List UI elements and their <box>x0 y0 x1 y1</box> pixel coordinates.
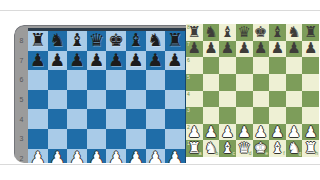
rank-coordinate: 1 <box>187 141 190 146</box>
black-bishop: ♝ <box>69 32 85 50</box>
square-c5 <box>67 90 87 110</box>
square-d7: ♟ <box>236 41 253 58</box>
black-queen: ♛ <box>89 32 105 50</box>
black-rook: ♜ <box>304 25 317 40</box>
white-pawn: ♟ <box>221 125 234 140</box>
rank-label: 2 <box>15 149 28 163</box>
square-g5 <box>286 74 303 91</box>
black-pawn: ♟ <box>167 52 183 70</box>
black-pawn: ♟ <box>221 41 234 56</box>
square-d3 <box>87 129 107 149</box>
rank-coordinate: 4 <box>187 92 190 97</box>
white-rook: ♜ <box>188 141 201 156</box>
black-knight: ♞ <box>204 25 217 40</box>
black-queen: ♛ <box>237 25 250 40</box>
square-a3 <box>28 129 48 149</box>
black-rook: ♜ <box>188 25 201 40</box>
black-pawn: ♟ <box>108 52 124 70</box>
square-c5 <box>219 74 236 91</box>
white-pawn: ♟ <box>204 125 217 140</box>
square-e6 <box>106 70 126 90</box>
square-f6 <box>269 57 286 74</box>
square-c4 <box>219 91 236 108</box>
square-e4 <box>106 109 126 129</box>
square-g8: ♞ <box>286 24 303 41</box>
square-f7: ♟ <box>269 41 286 58</box>
file-coordinate: f <box>283 151 284 156</box>
square-c4 <box>67 109 87 129</box>
square-a6: 6 <box>186 57 203 74</box>
square-c7: ♟ <box>219 41 236 58</box>
chessboard-blue-squares: ♜♞♝♛♚♝♞♜♟♟♟♟♟♟♟♟♟♟♟♟♟♟♟♟♜♞♝♛♚♝♞♜ <box>28 28 186 163</box>
square-e2: ♟ <box>106 149 126 163</box>
square-f5 <box>126 90 146 110</box>
file-coordinate: e <box>265 151 268 156</box>
chessboard-green[interactable]: ♜8♞♝♛♚♝♞♜♟7♟♟♟♟♟♟♟6543♟2♟♟♟♟♟♟♟♜1a♞b♝c♛d… <box>186 24 319 157</box>
square-e3 <box>106 129 126 149</box>
square-h5 <box>165 90 185 110</box>
square-h7: ♟ <box>165 51 185 71</box>
rank-label: 8 <box>15 31 28 51</box>
square-b2: ♟ <box>48 149 68 163</box>
square-h4 <box>165 109 185 129</box>
square-f4 <box>126 109 146 129</box>
white-knight: ♞ <box>287 141 300 156</box>
white-pawn: ♟ <box>30 150 46 163</box>
rank-coordinate: 3 <box>187 108 190 113</box>
square-b4 <box>203 91 220 108</box>
square-f2: ♟ <box>126 149 146 163</box>
square-e2: ♟ <box>253 124 270 141</box>
square-c1: ♝c <box>219 140 236 157</box>
black-pawn: ♟ <box>271 41 284 56</box>
square-g8: ♞ <box>146 31 166 51</box>
black-pawn: ♟ <box>287 41 300 56</box>
black-pawn: ♟ <box>89 52 105 70</box>
square-g2: ♟ <box>286 124 303 141</box>
white-pawn: ♟ <box>167 150 183 163</box>
square-f7: ♟ <box>126 51 146 71</box>
white-pawn: ♟ <box>271 125 284 140</box>
black-pawn: ♟ <box>188 41 201 56</box>
square-e6 <box>253 57 270 74</box>
square-a1: ♜1a <box>186 140 203 157</box>
square-c8: ♝ <box>67 31 87 51</box>
square-c7: ♟ <box>67 51 87 71</box>
square-g3 <box>146 129 166 149</box>
square-h2: ♟ <box>302 124 319 141</box>
square-a5: 5 <box>186 74 203 91</box>
black-bishop: ♝ <box>128 32 144 50</box>
square-f6 <box>126 70 146 90</box>
square-h5 <box>302 74 319 91</box>
square-b7: ♟ <box>203 41 220 58</box>
square-a8: ♜8 <box>186 24 203 41</box>
white-pawn: ♟ <box>254 125 267 140</box>
rank-coordinate: 7 <box>187 42 190 47</box>
white-king: ♚ <box>254 141 267 156</box>
square-e8: ♚ <box>253 24 270 41</box>
square-g5 <box>146 90 166 110</box>
square-h1: ♜h <box>302 140 319 157</box>
bottom-divider-rule <box>0 164 320 165</box>
square-b3 <box>48 129 68 149</box>
square-d4 <box>87 109 107 129</box>
square-f8: ♝ <box>269 24 286 41</box>
square-b5 <box>203 74 220 91</box>
square-c6 <box>67 70 87 90</box>
square-f3 <box>269 107 286 124</box>
square-c2: ♟ <box>219 124 236 141</box>
square-h6 <box>165 70 185 90</box>
square-d5 <box>236 74 253 91</box>
black-pawn: ♟ <box>204 41 217 56</box>
black-pawn: ♟ <box>69 52 85 70</box>
square-c8: ♝ <box>219 24 236 41</box>
square-f8: ♝ <box>126 31 146 51</box>
file-coordinate: c <box>232 151 235 156</box>
rank-label: 4 <box>15 109 28 129</box>
square-b8: ♞ <box>203 24 220 41</box>
square-c6 <box>219 57 236 74</box>
square-f4 <box>269 91 286 108</box>
file-coordinate: h <box>315 151 318 156</box>
square-g4 <box>286 91 303 108</box>
square-e4 <box>253 91 270 108</box>
square-b6 <box>203 57 220 74</box>
white-pawn: ♟ <box>50 150 66 163</box>
white-pawn: ♟ <box>304 125 317 140</box>
square-d6 <box>236 57 253 74</box>
square-b2: ♟ <box>203 124 220 141</box>
square-g6 <box>286 57 303 74</box>
white-pawn: ♟ <box>69 150 85 163</box>
white-pawn: ♟ <box>89 150 105 163</box>
square-a5 <box>28 90 48 110</box>
square-d2: ♟ <box>236 124 253 141</box>
square-h3 <box>302 107 319 124</box>
square-g6 <box>146 70 166 90</box>
square-d8: ♛ <box>87 31 107 51</box>
square-h8: ♜ <box>165 31 185 51</box>
square-d3 <box>236 107 253 124</box>
white-pawn: ♟ <box>287 125 300 140</box>
square-a7: ♟ <box>28 51 48 71</box>
square-e3 <box>253 107 270 124</box>
square-b5 <box>48 90 68 110</box>
square-d1: ♛d <box>236 140 253 157</box>
white-pawn: ♟ <box>148 150 164 163</box>
black-pawn: ♟ <box>237 41 250 56</box>
square-f3 <box>126 129 146 149</box>
square-h2: ♟ <box>165 149 185 163</box>
square-g3 <box>286 107 303 124</box>
black-knight: ♞ <box>50 32 66 50</box>
white-rook: ♜ <box>304 141 317 156</box>
rank-coordinate: 2 <box>187 125 190 130</box>
square-g1: ♞g <box>286 140 303 157</box>
rank-label: 6 <box>15 70 28 90</box>
top-divider-rule <box>0 10 320 11</box>
square-d6 <box>87 70 107 90</box>
black-pawn: ♟ <box>304 41 317 56</box>
rank-label: 3 <box>15 129 28 149</box>
square-e7: ♟ <box>253 41 270 58</box>
square-f5 <box>269 74 286 91</box>
chessboard-blue-frame: 87654321 ♜♞♝♛♚♝♞♜♟♟♟♟♟♟♟♟♟♟♟♟♟♟♟♟♜♞♝♛♚♝♞… <box>14 25 186 163</box>
black-bishop: ♝ <box>271 25 284 40</box>
rank-coordinate: 8 <box>187 25 190 30</box>
square-d4 <box>236 91 253 108</box>
square-h3 <box>165 129 185 149</box>
square-b8: ♞ <box>48 31 68 51</box>
white-bishop: ♝ <box>221 141 234 156</box>
square-a4: 4 <box>186 91 203 108</box>
black-pawn: ♟ <box>254 41 267 56</box>
square-h8: ♜ <box>302 24 319 41</box>
square-g7: ♟ <box>286 41 303 58</box>
white-pawn: ♟ <box>128 150 144 163</box>
file-coordinate: a <box>199 151 202 156</box>
square-d7: ♟ <box>87 51 107 71</box>
square-c3 <box>219 107 236 124</box>
square-a4 <box>28 109 48 129</box>
rank-coordinate: 6 <box>187 58 190 63</box>
black-pawn: ♟ <box>50 52 66 70</box>
rank-label-gutter: 87654321 <box>15 31 28 163</box>
square-b1: ♞b <box>203 140 220 157</box>
rank-label: 7 <box>15 51 28 71</box>
black-knight: ♞ <box>148 32 164 50</box>
black-rook: ♜ <box>167 32 183 50</box>
square-h7: ♟ <box>302 41 319 58</box>
black-pawn: ♟ <box>148 52 164 70</box>
square-c2: ♟ <box>67 149 87 163</box>
white-pawn: ♟ <box>108 150 124 163</box>
white-bishop: ♝ <box>271 141 284 156</box>
white-pawn: ♟ <box>188 125 201 140</box>
black-king: ♚ <box>254 25 267 40</box>
file-coordinate: d <box>249 151 252 156</box>
black-bishop: ♝ <box>221 25 234 40</box>
white-queen: ♛ <box>237 141 250 156</box>
rank-coordinate: 5 <box>187 75 190 80</box>
square-h4 <box>302 91 319 108</box>
black-pawn: ♟ <box>30 52 46 70</box>
black-knight: ♞ <box>287 25 300 40</box>
square-b6 <box>48 70 68 90</box>
square-d8: ♛ <box>236 24 253 41</box>
square-d2: ♟ <box>87 149 107 163</box>
square-g2: ♟ <box>146 149 166 163</box>
square-b4 <box>48 109 68 129</box>
square-g7: ♟ <box>146 51 166 71</box>
square-e8: ♚ <box>106 31 126 51</box>
square-d5 <box>87 90 107 110</box>
square-c3 <box>67 129 87 149</box>
file-coordinate: g <box>299 151 302 156</box>
square-f2: ♟ <box>269 124 286 141</box>
black-rook: ♜ <box>30 32 46 50</box>
square-f1: ♝f <box>269 140 286 157</box>
square-g4 <box>146 109 166 129</box>
square-b3 <box>203 107 220 124</box>
square-b7: ♟ <box>48 51 68 71</box>
square-a8: ♜ <box>28 31 48 51</box>
white-knight: ♞ <box>204 141 217 156</box>
rank-label: 5 <box>15 90 28 110</box>
square-e5 <box>106 90 126 110</box>
square-e7: ♟ <box>106 51 126 71</box>
square-a6 <box>28 70 48 90</box>
square-h6 <box>302 57 319 74</box>
square-a2: ♟ <box>28 149 48 163</box>
square-e1: ♚e <box>253 140 270 157</box>
square-a3: 3 <box>186 107 203 124</box>
chessboard-blue[interactable]: 87654321 ♜♞♝♛♚♝♞♜♟♟♟♟♟♟♟♟♟♟♟♟♟♟♟♟♜♞♝♛♚♝♞… <box>14 25 186 163</box>
square-a7: ♟7 <box>186 41 203 58</box>
square-a2: ♟2 <box>186 124 203 141</box>
white-pawn: ♟ <box>237 125 250 140</box>
black-pawn: ♟ <box>128 52 144 70</box>
file-coordinate: b <box>215 151 218 156</box>
square-e5 <box>253 74 270 91</box>
black-king: ♚ <box>108 32 124 50</box>
